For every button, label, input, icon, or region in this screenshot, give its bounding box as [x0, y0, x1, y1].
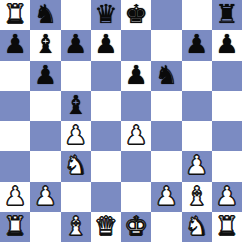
square-b8[interactable]: ♞ — [30, 0, 60, 30]
square-d6[interactable] — [91, 61, 121, 91]
square-c1[interactable]: ♝ — [61, 212, 91, 242]
black-knight: ♞ — [34, 1, 57, 27]
square-c7[interactable]: ♟ — [61, 30, 91, 60]
chess-board: ♜♞♛♚♜♟♝♟♟♟♟♟♟♞♝♟♟♞♟♟♟♟♝♟♜♝♛♚♞♜ — [0, 0, 242, 242]
black-bishop: ♝ — [64, 92, 87, 118]
white-pawn: ♟ — [215, 183, 238, 209]
square-a8[interactable]: ♜ — [0, 0, 30, 30]
black-king: ♚ — [124, 1, 147, 27]
square-b2[interactable]: ♟ — [30, 182, 60, 212]
white-queen: ♛ — [94, 213, 117, 239]
square-f1[interactable] — [151, 212, 181, 242]
square-h7[interactable]: ♟ — [212, 30, 242, 60]
square-e7[interactable] — [121, 30, 151, 60]
square-h6[interactable] — [212, 61, 242, 91]
square-f3[interactable] — [151, 151, 181, 181]
white-pawn: ♟ — [64, 122, 87, 148]
square-b1[interactable] — [30, 212, 60, 242]
square-b6[interactable]: ♟ — [30, 61, 60, 91]
black-bishop: ♝ — [34, 31, 57, 57]
square-a5[interactable] — [0, 91, 30, 121]
square-f2[interactable]: ♟ — [151, 182, 181, 212]
white-bishop: ♝ — [64, 213, 87, 239]
square-d3[interactable] — [91, 151, 121, 181]
square-h4[interactable] — [212, 121, 242, 151]
square-c5[interactable]: ♝ — [61, 91, 91, 121]
black-knight: ♞ — [155, 62, 178, 88]
square-a3[interactable] — [0, 151, 30, 181]
square-g7[interactable]: ♟ — [182, 30, 212, 60]
white-pawn: ♟ — [185, 152, 208, 178]
white-knight: ♞ — [64, 152, 87, 178]
square-g6[interactable] — [182, 61, 212, 91]
square-f4[interactable] — [151, 121, 181, 151]
black-pawn: ♟ — [124, 62, 147, 88]
square-c2[interactable] — [61, 182, 91, 212]
square-d7[interactable]: ♟ — [91, 30, 121, 60]
square-e5[interactable] — [121, 91, 151, 121]
square-c6[interactable] — [61, 61, 91, 91]
square-e3[interactable] — [121, 151, 151, 181]
white-bishop: ♝ — [185, 183, 208, 209]
black-pawn: ♟ — [215, 31, 238, 57]
white-knight: ♞ — [185, 213, 208, 239]
black-pawn: ♟ — [3, 31, 26, 57]
square-b4[interactable] — [30, 121, 60, 151]
square-c8[interactable] — [61, 0, 91, 30]
square-h8[interactable]: ♜ — [212, 0, 242, 30]
white-rook: ♜ — [215, 213, 238, 239]
square-e8[interactable]: ♚ — [121, 0, 151, 30]
square-b5[interactable] — [30, 91, 60, 121]
square-f6[interactable]: ♞ — [151, 61, 181, 91]
square-f8[interactable] — [151, 0, 181, 30]
square-g1[interactable]: ♞ — [182, 212, 212, 242]
square-b3[interactable] — [30, 151, 60, 181]
black-pawn: ♟ — [64, 31, 87, 57]
square-h2[interactable]: ♟ — [212, 182, 242, 212]
square-b7[interactable]: ♝ — [30, 30, 60, 60]
square-d2[interactable] — [91, 182, 121, 212]
white-rook: ♜ — [3, 1, 26, 27]
black-pawn: ♟ — [185, 31, 208, 57]
square-e4[interactable]: ♟ — [121, 121, 151, 151]
white-pawn: ♟ — [124, 122, 147, 148]
black-pawn: ♟ — [94, 31, 117, 57]
square-e1[interactable]: ♚ — [121, 212, 151, 242]
white-pawn: ♟ — [155, 183, 178, 209]
square-f5[interactable] — [151, 91, 181, 121]
black-queen: ♛ — [94, 1, 117, 27]
square-a1[interactable]: ♜ — [0, 212, 30, 242]
square-d4[interactable] — [91, 121, 121, 151]
black-rook: ♜ — [215, 1, 238, 27]
square-c4[interactable]: ♟ — [61, 121, 91, 151]
square-h1[interactable]: ♜ — [212, 212, 242, 242]
white-pawn: ♟ — [34, 183, 57, 209]
square-g3[interactable]: ♟ — [182, 151, 212, 181]
square-g4[interactable] — [182, 121, 212, 151]
square-g8[interactable] — [182, 0, 212, 30]
square-h5[interactable] — [212, 91, 242, 121]
square-a7[interactable]: ♟ — [0, 30, 30, 60]
square-a4[interactable] — [0, 121, 30, 151]
white-rook: ♜ — [3, 213, 26, 239]
square-g2[interactable]: ♝ — [182, 182, 212, 212]
white-pawn: ♟ — [3, 183, 26, 209]
white-king: ♚ — [124, 213, 147, 239]
square-d8[interactable]: ♛ — [91, 0, 121, 30]
square-e2[interactable] — [121, 182, 151, 212]
square-d5[interactable] — [91, 91, 121, 121]
square-f7[interactable] — [151, 30, 181, 60]
square-g5[interactable] — [182, 91, 212, 121]
square-a2[interactable]: ♟ — [0, 182, 30, 212]
square-c3[interactable]: ♞ — [61, 151, 91, 181]
square-h3[interactable] — [212, 151, 242, 181]
black-pawn: ♟ — [34, 62, 57, 88]
square-e6[interactable]: ♟ — [121, 61, 151, 91]
square-a6[interactable] — [0, 61, 30, 91]
square-d1[interactable]: ♛ — [91, 212, 121, 242]
